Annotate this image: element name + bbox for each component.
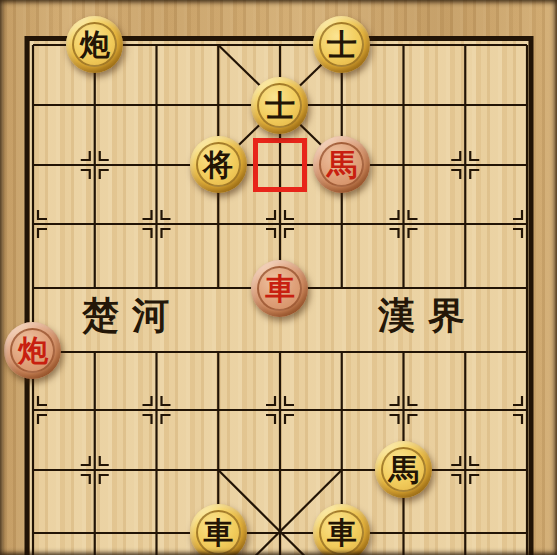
piece-character: 車 [251, 260, 308, 317]
piece-character: 炮 [66, 16, 123, 73]
piece-character: 車 [313, 504, 370, 555]
piece-grid: 炮士士将馬車炮馬車車 [2, 14, 557, 555]
piece-black-chariot[interactable]: 車 [190, 504, 247, 555]
piece-character: 馬 [313, 136, 370, 193]
piece-black-advisor[interactable]: 士 [251, 77, 308, 134]
piece-red-chariot[interactable]: 車 [251, 260, 308, 317]
piece-red-horse[interactable]: 馬 [313, 136, 370, 193]
piece-black-general[interactable]: 将 [190, 136, 247, 193]
piece-character: 炮 [4, 322, 61, 379]
piece-black-chariot[interactable]: 車 [313, 504, 370, 555]
piece-character: 将 [190, 136, 247, 193]
last-move-marker [253, 138, 307, 192]
piece-character: 士 [313, 16, 370, 73]
piece-character: 車 [190, 504, 247, 555]
piece-black-cannon[interactable]: 炮 [66, 16, 123, 73]
piece-black-horse[interactable]: 馬 [375, 441, 432, 498]
xiangqi-board: 楚河 漢界 炮士士将馬車炮馬車車 [0, 0, 557, 555]
piece-character: 士 [251, 77, 308, 134]
piece-black-advisor[interactable]: 士 [313, 16, 370, 73]
piece-character: 馬 [375, 441, 432, 498]
piece-red-cannon[interactable]: 炮 [4, 322, 61, 379]
